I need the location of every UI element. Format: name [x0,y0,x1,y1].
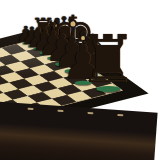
piece-black-rook-h8: ♜ [78,27,137,93]
pieces-layer: ♜♟♞♟♝♟♛♟♚♟♝♟♟♞♟♜ [0,0,160,160]
chess-set-photo: ♜♟♞♟♝♟♛♟♚♟♝♟♟♞♟♜ [0,0,160,160]
